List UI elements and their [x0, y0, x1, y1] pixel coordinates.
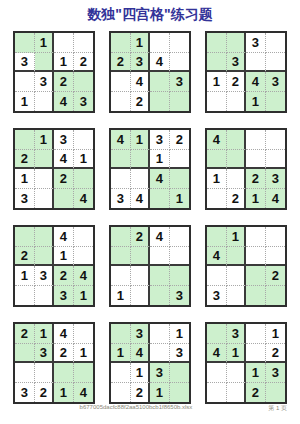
board10-cell-r4c2: 2	[35, 383, 55, 403]
board8-cell-r2c1	[111, 247, 131, 267]
board4-cell-r3c3: 2	[54, 169, 74, 189]
board6-cell-r3c2	[227, 169, 247, 189]
board5-cell-r3c3: 4	[150, 169, 170, 189]
board10-cell-r3c2	[35, 363, 55, 383]
board6-cell-r3c1: 1	[207, 169, 227, 189]
board5-cell-r1c4: 2	[170, 130, 190, 150]
board7-cell-r3c2: 3	[35, 266, 55, 286]
board4-cell-r4c3	[54, 189, 74, 209]
board4-cell-r3c1: 1	[15, 169, 35, 189]
board4-cell-r1c1	[15, 130, 35, 150]
board7-cell-r4c2	[35, 286, 55, 306]
board10-cell-r4c1: 3	[15, 383, 35, 403]
board10-cell-r3c4	[74, 363, 94, 383]
sudoku-board-6: 4123214	[205, 128, 287, 210]
board6-cell-r2c3	[246, 150, 266, 170]
board4-cell-r2c1: 2	[15, 150, 35, 170]
board6-cell-r2c2	[227, 150, 247, 170]
board8-cell-r3c2	[131, 266, 151, 286]
board11-cell-r1c3	[150, 324, 170, 344]
board9-cell-r4c4	[266, 286, 286, 306]
board1-cell-r4c3: 4	[54, 92, 74, 112]
footer-page-number: 第 1 页	[268, 404, 287, 413]
board7-cell-r4c4: 1	[74, 286, 94, 306]
board2-cell-r3c1	[111, 72, 131, 92]
board8-cell-r2c3	[150, 247, 170, 267]
board2-cell-r2c3: 4	[150, 53, 170, 73]
board2-cell-r3c2: 4	[131, 72, 151, 92]
board1-cell-r1c1	[15, 33, 35, 53]
board6-cell-r2c4	[266, 150, 286, 170]
board5-cell-r4c3	[150, 189, 170, 209]
board2-cell-r4c2: 2	[131, 92, 151, 112]
board1-cell-r1c3	[54, 33, 74, 53]
board3-cell-r3c4: 3	[266, 72, 286, 92]
board7-cell-r3c3: 2	[54, 266, 74, 286]
board6-cell-r4c1	[207, 189, 227, 209]
board9-cell-r2c1: 4	[207, 247, 227, 267]
board3-cell-r1c1	[207, 33, 227, 53]
board6-cell-r1c2	[227, 130, 247, 150]
board3-cell-r1c2	[227, 33, 247, 53]
sudoku-board-10: 2143213214	[13, 322, 95, 404]
board3-cell-r4c2	[227, 92, 247, 112]
board12-cell-r4c2	[227, 383, 247, 403]
sudoku-board-1: 131232143	[13, 31, 95, 113]
board1-cell-r3c2: 3	[35, 72, 55, 92]
board2-cell-r4c3	[150, 92, 170, 112]
board8-cell-r2c2	[131, 247, 151, 267]
board9-cell-r1c1	[207, 227, 227, 247]
board7-cell-r1c4	[74, 227, 94, 247]
board8-cell-r3c1	[111, 266, 131, 286]
board5-cell-r4c4: 1	[170, 189, 190, 209]
board2-cell-r2c4	[170, 53, 190, 73]
worksheet-page: 数独"四宫格"练习题 13123214312344323312431132411…	[0, 0, 300, 424]
board5-cell-r1c2: 1	[131, 130, 151, 150]
board11-cell-r2c2: 4	[131, 344, 151, 364]
board1-cell-r4c2	[35, 92, 55, 112]
board5-cell-r4c2: 4	[131, 189, 151, 209]
board9-cell-r1c4	[266, 227, 286, 247]
sudoku-board-8: 2413	[109, 225, 191, 307]
board1-cell-r2c2	[35, 53, 55, 73]
board4-cell-r4c4: 4	[74, 189, 94, 209]
board10-cell-r1c1: 2	[15, 324, 35, 344]
board11-cell-r4c1	[111, 383, 131, 403]
board8-cell-r1c3: 4	[150, 227, 170, 247]
board8-cell-r4c4: 3	[170, 286, 190, 306]
board8-cell-r1c4	[170, 227, 190, 247]
board6-cell-r2c1	[207, 150, 227, 170]
board4-cell-r3c4	[74, 169, 94, 189]
board4-cell-r3c2	[35, 169, 55, 189]
board1-cell-r2c4: 2	[74, 53, 94, 73]
board6-cell-r4c2: 2	[227, 189, 247, 209]
board5-cell-r3c4	[170, 169, 190, 189]
board10-cell-r2c4: 1	[74, 344, 94, 364]
board2-cell-r2c2: 3	[131, 53, 151, 73]
board3-cell-r1c3: 3	[246, 33, 266, 53]
board5-cell-r3c2	[131, 169, 151, 189]
board10-cell-r2c3: 2	[54, 344, 74, 364]
sudoku-board-11: 311431321	[109, 322, 191, 404]
board2-cell-r3c3	[150, 72, 170, 92]
board9-cell-r1c3	[246, 227, 266, 247]
board8-cell-r3c3	[150, 266, 170, 286]
sudoku-board-3: 3312431	[205, 31, 287, 113]
board3-cell-r3c2: 2	[227, 72, 247, 92]
board7-cell-r2c1: 2	[15, 247, 35, 267]
board7-cell-r1c2	[35, 227, 55, 247]
board3-cell-r2c1	[207, 53, 227, 73]
board11-cell-r3c3: 3	[150, 363, 170, 383]
board4-cell-r2c2	[35, 150, 55, 170]
board4-cell-r2c4: 1	[74, 150, 94, 170]
board10-cell-r3c3	[54, 363, 74, 383]
board7-cell-r2c4	[74, 247, 94, 267]
board10-cell-r4c4: 4	[74, 383, 94, 403]
board5-cell-r2c1	[111, 150, 131, 170]
board5-cell-r1c1: 4	[111, 130, 131, 150]
board12-cell-r2c3	[246, 344, 266, 364]
board10-cell-r1c3: 4	[54, 324, 74, 344]
board12-cell-r1c3	[246, 324, 266, 344]
board9-cell-r3c2	[227, 266, 247, 286]
board2-cell-r2c1: 2	[111, 53, 131, 73]
board6-cell-r1c4	[266, 130, 286, 150]
board8-cell-r1c1	[111, 227, 131, 247]
board10-cell-r4c3: 1	[54, 383, 74, 403]
board3-cell-r2c2: 3	[227, 53, 247, 73]
board4-cell-r1c2: 1	[35, 130, 55, 150]
board12-cell-r3c1	[207, 363, 227, 383]
board7-cell-r2c3: 1	[54, 247, 74, 267]
board4-cell-r4c1: 3	[15, 189, 35, 209]
board9-cell-r2c4	[266, 247, 286, 267]
board3-cell-r3c3: 4	[246, 72, 266, 92]
board1-cell-r2c1: 3	[15, 53, 35, 73]
board3-cell-r4c3: 1	[246, 92, 266, 112]
board2-cell-r3c4: 3	[170, 72, 190, 92]
board8-cell-r2c4	[170, 247, 190, 267]
board12-cell-r1c4: 1	[266, 324, 286, 344]
board10-cell-r1c2: 1	[35, 324, 55, 344]
board2-cell-r1c2: 1	[131, 33, 151, 53]
board6-cell-r1c1: 4	[207, 130, 227, 150]
board6-cell-r3c4: 3	[266, 169, 286, 189]
board10-cell-r1c4	[74, 324, 94, 344]
board9-cell-r4c3	[246, 286, 266, 306]
board4-cell-r1c4	[74, 130, 94, 150]
board7-cell-r4c3: 3	[54, 286, 74, 306]
board3-cell-r2c3	[246, 53, 266, 73]
board11-cell-r4c3: 1	[150, 383, 170, 403]
board6-cell-r4c4: 4	[266, 189, 286, 209]
board12-cell-r2c4: 2	[266, 344, 286, 364]
board7-cell-r1c3: 4	[54, 227, 74, 247]
board11-cell-r4c2: 2	[131, 383, 151, 403]
board8-cell-r4c2	[131, 286, 151, 306]
board9-cell-r2c2	[227, 247, 247, 267]
board12-cell-r3c2	[227, 363, 247, 383]
board12-cell-r2c1: 4	[207, 344, 227, 364]
board9-cell-r3c4: 2	[266, 266, 286, 286]
sudoku-board-4: 132411234	[13, 128, 95, 210]
board9-cell-r4c2	[227, 286, 247, 306]
sudoku-board-7: 421132431	[13, 225, 95, 307]
board7-cell-r3c1: 1	[15, 266, 35, 286]
board11-cell-r1c1	[111, 324, 131, 344]
board5-cell-r4c1: 3	[111, 189, 131, 209]
board12-cell-r2c2: 1	[227, 344, 247, 364]
board12-cell-r3c4: 3	[266, 363, 286, 383]
board2-cell-r4c4	[170, 92, 190, 112]
board4-cell-r1c3: 3	[54, 130, 74, 150]
board11-cell-r3c1	[111, 363, 131, 383]
board2-cell-r1c4	[170, 33, 190, 53]
board5-cell-r2c3: 1	[150, 150, 170, 170]
board11-cell-r3c2: 1	[131, 363, 151, 383]
board3-cell-r4c1	[207, 92, 227, 112]
board7-cell-r2c2	[35, 247, 55, 267]
board12-cell-r4c3: 2	[246, 383, 266, 403]
board12-cell-r1c2: 3	[227, 324, 247, 344]
board9-cell-r1c2: 1	[227, 227, 247, 247]
board11-cell-r2c3	[150, 344, 170, 364]
board8-cell-r1c2: 2	[131, 227, 151, 247]
sudoku-board-2: 1234432	[109, 31, 191, 113]
board10-cell-r3c1	[15, 363, 35, 383]
board12-cell-r4c4	[266, 383, 286, 403]
board3-cell-r2c4	[266, 53, 286, 73]
board9-cell-r3c3	[246, 266, 266, 286]
board6-cell-r4c3: 1	[246, 189, 266, 209]
board8-cell-r4c3	[150, 286, 170, 306]
board2-cell-r1c3	[150, 33, 170, 53]
board11-cell-r4c4	[170, 383, 190, 403]
sudoku-board-12: 31412132	[205, 322, 287, 404]
board1-cell-r3c1	[15, 72, 35, 92]
board3-cell-r3c1: 1	[207, 72, 227, 92]
board8-cell-r4c1: 1	[111, 286, 131, 306]
board5-cell-r1c3: 3	[150, 130, 170, 150]
puzzle-grid-container: 1312321431234432331243113241123441321434…	[13, 31, 287, 404]
board5-cell-r2c2	[131, 150, 151, 170]
sudoku-board-5: 413214341	[109, 128, 191, 210]
board9-cell-r2c3	[246, 247, 266, 267]
board3-cell-r1c4	[266, 33, 286, 53]
board6-cell-r1c3	[246, 130, 266, 150]
board1-cell-r2c3: 1	[54, 53, 74, 73]
page-title: 数独"四宫格"练习题	[0, 6, 300, 24]
board7-cell-r4c1	[15, 286, 35, 306]
board1-cell-r1c4	[74, 33, 94, 53]
board12-cell-r4c1	[207, 383, 227, 403]
board12-cell-r1c1	[207, 324, 227, 344]
board7-cell-r3c4: 4	[74, 266, 94, 286]
board2-cell-r1c1	[111, 33, 131, 53]
board11-cell-r2c4: 3	[170, 344, 190, 364]
board12-cell-r3c3: 1	[246, 363, 266, 383]
board9-cell-r3c1	[207, 266, 227, 286]
board1-cell-r4c4: 3	[74, 92, 94, 112]
board1-cell-r3c4	[74, 72, 94, 92]
board5-cell-r2c4	[170, 150, 190, 170]
board1-cell-r3c3: 2	[54, 72, 74, 92]
board6-cell-r3c3: 2	[246, 169, 266, 189]
page-footer: b677005dacfc88f2aa5100bcb1f8650b.xlsx 第 …	[0, 404, 300, 416]
board10-cell-r2c1	[15, 344, 35, 364]
board11-cell-r1c2: 3	[131, 324, 151, 344]
board1-cell-r4c1: 1	[15, 92, 35, 112]
board11-cell-r2c1: 1	[111, 344, 131, 364]
board8-cell-r3c4	[170, 266, 190, 286]
footer-filename: b677005dacfc88f2aa5100bcb1f8650b.xlsx	[0, 404, 272, 410]
board4-cell-r4c2	[35, 189, 55, 209]
sudoku-board-9: 1423	[205, 225, 287, 307]
board11-cell-r3c4	[170, 363, 190, 383]
board1-cell-r1c2: 1	[35, 33, 55, 53]
board4-cell-r2c3: 4	[54, 150, 74, 170]
board5-cell-r3c1	[111, 169, 131, 189]
board11-cell-r1c4: 1	[170, 324, 190, 344]
board10-cell-r2c2: 3	[35, 344, 55, 364]
board3-cell-r4c4	[266, 92, 286, 112]
board9-cell-r4c1: 3	[207, 286, 227, 306]
board7-cell-r1c1	[15, 227, 35, 247]
board2-cell-r4c1	[111, 92, 131, 112]
